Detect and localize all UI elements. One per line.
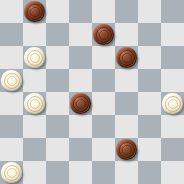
square-b3[interactable] (23, 115, 46, 138)
square-c6[interactable] (46, 46, 69, 69)
white-man-piece[interactable] (24, 93, 45, 114)
square-b2[interactable] (23, 138, 46, 161)
dark-man-piece[interactable] (70, 93, 91, 114)
square-e1[interactable] (92, 161, 115, 184)
square-h7[interactable] (161, 23, 184, 46)
white-man-piece[interactable] (162, 93, 183, 114)
checkers-board (0, 0, 184, 184)
white-man-piece[interactable] (1, 70, 22, 91)
checkers-app (0, 0, 184, 184)
square-e3[interactable] (92, 115, 115, 138)
square-e5[interactable] (92, 69, 115, 92)
square-a5[interactable] (0, 69, 23, 92)
square-d7[interactable] (69, 23, 92, 46)
square-b1[interactable] (23, 161, 46, 184)
dark-man-piece[interactable] (93, 24, 114, 45)
square-d8[interactable] (69, 0, 92, 23)
square-f1[interactable] (115, 161, 138, 184)
square-a4[interactable] (0, 92, 23, 115)
dark-man-piece[interactable] (24, 1, 45, 22)
square-d4[interactable] (69, 92, 92, 115)
square-c4[interactable] (46, 92, 69, 115)
square-c3[interactable] (46, 115, 69, 138)
square-c2[interactable] (46, 138, 69, 161)
square-a7[interactable] (0, 23, 23, 46)
square-f5[interactable] (115, 69, 138, 92)
square-c1[interactable] (46, 161, 69, 184)
square-g4[interactable] (138, 92, 161, 115)
square-h2[interactable] (161, 138, 184, 161)
square-h1[interactable] (161, 161, 184, 184)
square-a1[interactable] (0, 161, 23, 184)
square-c8[interactable] (46, 0, 69, 23)
square-b5[interactable] (23, 69, 46, 92)
square-h5[interactable] (161, 69, 184, 92)
square-g7[interactable] (138, 23, 161, 46)
square-g3[interactable] (138, 115, 161, 138)
square-c5[interactable] (46, 69, 69, 92)
square-b8[interactable] (23, 0, 46, 23)
square-b4[interactable] (23, 92, 46, 115)
square-g2[interactable] (138, 138, 161, 161)
square-a8[interactable] (0, 0, 23, 23)
square-g1[interactable] (138, 161, 161, 184)
square-e6[interactable] (92, 46, 115, 69)
square-d2[interactable] (69, 138, 92, 161)
square-a3[interactable] (0, 115, 23, 138)
square-d5[interactable] (69, 69, 92, 92)
square-h3[interactable] (161, 115, 184, 138)
square-a6[interactable] (0, 46, 23, 69)
square-f4[interactable] (115, 92, 138, 115)
square-b6[interactable] (23, 46, 46, 69)
square-g6[interactable] (138, 46, 161, 69)
square-g5[interactable] (138, 69, 161, 92)
square-c7[interactable] (46, 23, 69, 46)
square-d3[interactable] (69, 115, 92, 138)
white-man-piece[interactable] (1, 162, 22, 183)
square-f7[interactable] (115, 23, 138, 46)
square-a2[interactable] (0, 138, 23, 161)
square-h4[interactable] (161, 92, 184, 115)
square-f2[interactable] (115, 138, 138, 161)
dark-man-piece[interactable] (116, 47, 137, 68)
square-d6[interactable] (69, 46, 92, 69)
square-h8[interactable] (161, 0, 184, 23)
square-e4[interactable] (92, 92, 115, 115)
square-e7[interactable] (92, 23, 115, 46)
square-e2[interactable] (92, 138, 115, 161)
square-d1[interactable] (69, 161, 92, 184)
square-f3[interactable] (115, 115, 138, 138)
dark-man-piece[interactable] (116, 139, 137, 160)
square-f6[interactable] (115, 46, 138, 69)
square-f8[interactable] (115, 0, 138, 23)
square-g8[interactable] (138, 0, 161, 23)
square-h6[interactable] (161, 46, 184, 69)
square-e8[interactable] (92, 0, 115, 23)
white-man-piece[interactable] (24, 47, 45, 68)
square-b7[interactable] (23, 23, 46, 46)
